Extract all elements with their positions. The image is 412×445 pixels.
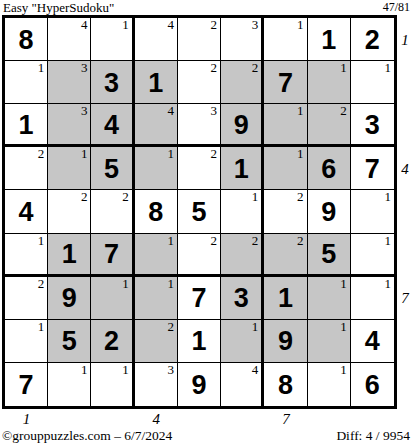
pencil-mark: 1 [384, 277, 391, 291]
cell-r5c6[interactable]: 1 [221, 190, 264, 233]
cell-r5c5[interactable]: 5 [178, 190, 221, 233]
cell-r1c4[interactable]: 4 [135, 18, 178, 61]
cell-r7c4[interactable]: 1 [135, 277, 178, 320]
pencil-mark: 1 [38, 234, 45, 248]
cell-r6c2[interactable]: 1 [48, 234, 91, 277]
pencil-mark: 2 [211, 147, 218, 161]
cell-r3c4[interactable]: 4 [135, 104, 178, 147]
cell-r8c2[interactable]: 5 [48, 320, 91, 363]
cell-r4c1[interactable]: 2 [5, 147, 48, 190]
pencil-mark: 2 [38, 147, 45, 161]
cell-r9c3[interactable]: 1 [91, 363, 134, 406]
pencil-mark: 4 [252, 363, 259, 377]
cell-r5c1[interactable]: 4 [5, 190, 48, 233]
given-digit: 1 [62, 241, 77, 268]
pencil-mark: 2 [167, 320, 174, 334]
row-label-1: 1 [399, 32, 411, 48]
cell-r4c7[interactable]: 1 [264, 147, 307, 190]
cell-r5c7[interactable]: 2 [264, 190, 307, 233]
cell-r3c5[interactable]: 3 [178, 104, 221, 147]
row-label-7: 7 [399, 290, 411, 306]
given-digit: 5 [104, 156, 119, 183]
copyright: ©grouppuzzles.com – 6/7/2024 [2, 428, 172, 444]
cell-r8c4[interactable]: 2 [135, 320, 178, 363]
cell-r5c4[interactable]: 8 [135, 190, 178, 233]
given-digit: 8 [278, 372, 293, 399]
cell-r8c5[interactable]: 1 [178, 320, 221, 363]
given-digit: 3 [365, 112, 380, 139]
pencil-mark: 2 [81, 190, 88, 204]
cell-r8c1[interactable]: 1 [5, 320, 48, 363]
cell-r6c9[interactable]: 1 [351, 234, 394, 277]
pencil-mark: 1 [81, 147, 88, 161]
cell-r9c8[interactable]: 1 [308, 363, 351, 406]
cell-r9c6[interactable]: 4 [221, 363, 264, 406]
cell-r9c2[interactable]: 1 [48, 363, 91, 406]
row-label-4: 4 [399, 161, 411, 177]
pencil-mark: 2 [297, 190, 304, 204]
given-digit: 9 [321, 199, 336, 226]
pencil-mark: 2 [211, 18, 218, 32]
col-label-1: 1 [21, 411, 33, 427]
given-digit: 4 [365, 328, 380, 355]
pencil-mark: 1 [167, 147, 174, 161]
progress-counter: 47/81 [383, 0, 410, 15]
given-digit: 3 [104, 70, 119, 97]
pencil-mark: 2 [38, 277, 45, 291]
given-digit: 1 [19, 112, 34, 139]
cell-r9c7[interactable]: 8 [264, 363, 307, 406]
cell-r8c6[interactable]: 1 [221, 320, 264, 363]
given-digit: 2 [365, 27, 380, 54]
cell-r2c1[interactable]: 1 [5, 61, 48, 104]
cell-r9c9[interactable]: 6 [351, 363, 394, 406]
given-digit: 9 [62, 285, 77, 312]
cell-r4c2[interactable]: 1 [48, 147, 91, 190]
cell-r6c3[interactable]: 7 [91, 234, 134, 277]
pencil-mark: 1 [384, 190, 391, 204]
cell-r7c5[interactable]: 7 [178, 277, 221, 320]
given-digit: 5 [191, 199, 206, 226]
cell-r2c5[interactable]: 2 [178, 61, 221, 104]
cell-r4c8[interactable]: 6 [308, 147, 351, 190]
pencil-mark: 2 [122, 190, 129, 204]
pencil-mark: 3 [211, 104, 218, 118]
cell-r7c6[interactable]: 3 [221, 277, 264, 320]
cell-r1c7[interactable]: 1 [264, 18, 307, 61]
cell-r2c8[interactable]: 1 [308, 61, 351, 104]
pencil-mark: 1 [122, 277, 129, 291]
given-digit: 1 [191, 328, 206, 355]
given-digit: 6 [365, 372, 380, 399]
cell-r3c9[interactable]: 3 [351, 104, 394, 147]
cell-r9c1[interactable]: 7 [5, 363, 48, 406]
page-title: Easy "HyperSudoku" [3, 0, 114, 15]
pencil-mark: 2 [297, 234, 304, 248]
cell-r5c8[interactable]: 9 [308, 190, 351, 233]
pencil-mark: 2 [252, 234, 259, 248]
cell-r3c6[interactable]: 9 [221, 104, 264, 147]
cell-r6c6[interactable]: 2 [221, 234, 264, 277]
cell-r3c7[interactable]: 1 [264, 104, 307, 147]
cell-r4c9[interactable]: 7 [351, 147, 394, 190]
cell-r8c9[interactable]: 4 [351, 320, 394, 363]
cell-r4c3[interactable]: 5 [91, 147, 134, 190]
pencil-mark: 1 [122, 18, 129, 32]
pencil-mark: 3 [81, 104, 88, 118]
pencil-mark: 1 [384, 234, 391, 248]
cell-r2c6[interactable]: 2 [221, 61, 264, 104]
given-digit: 1 [148, 70, 163, 97]
pencil-mark: 1 [81, 363, 88, 377]
pencil-mark: 1 [340, 277, 347, 291]
pencil-mark: 3 [81, 61, 88, 75]
cell-r3c2[interactable]: 3 [48, 104, 91, 147]
given-digit: 7 [278, 70, 293, 97]
pencil-mark: 2 [340, 104, 347, 118]
cell-r8c7[interactable]: 9 [264, 320, 307, 363]
cell-r1c8[interactable]: 1 [308, 18, 351, 61]
sudoku-board: 8414231121331227111344391232151211674228… [2, 15, 397, 409]
pencil-mark: 4 [81, 18, 88, 32]
cell-r8c3[interactable]: 2 [91, 320, 134, 363]
cell-r7c1[interactable]: 2 [5, 277, 48, 320]
pencil-mark: 2 [211, 61, 218, 75]
pencil-mark: 2 [211, 234, 218, 248]
cell-r1c9[interactable]: 2 [351, 18, 394, 61]
pencil-mark: 4 [167, 104, 174, 118]
cell-r7c8[interactable]: 1 [308, 277, 351, 320]
given-digit: 1 [234, 156, 249, 183]
pencil-mark: 2 [252, 61, 259, 75]
given-digit: 9 [234, 112, 249, 139]
cell-r4c6[interactable]: 1 [221, 147, 264, 190]
pencil-mark: 1 [252, 320, 259, 334]
given-digit: 7 [19, 372, 34, 399]
pencil-mark: 3 [167, 363, 174, 377]
cell-r4c4[interactable]: 1 [135, 147, 178, 190]
given-digit: 7 [104, 241, 119, 268]
given-digit: 5 [62, 328, 77, 355]
cell-r2c7[interactable]: 7 [264, 61, 307, 104]
cell-r2c3[interactable]: 3 [91, 61, 134, 104]
cell-r4c5[interactable]: 2 [178, 147, 221, 190]
given-digit: 4 [104, 112, 119, 139]
pencil-mark: 1 [38, 61, 45, 75]
cell-r7c3[interactable]: 1 [91, 277, 134, 320]
cell-r7c7[interactable]: 1 [264, 277, 307, 320]
cell-r1c3[interactable]: 1 [91, 18, 134, 61]
pencil-mark: 3 [252, 18, 259, 32]
cell-r6c8[interactable]: 5 [308, 234, 351, 277]
cell-r6c7[interactable]: 2 [264, 234, 307, 277]
pencil-mark: 1 [252, 190, 259, 204]
pencil-mark: 1 [384, 61, 391, 75]
cell-r2c9[interactable]: 1 [351, 61, 394, 104]
given-digit: 9 [278, 328, 293, 355]
pencil-mark: 4 [167, 18, 174, 32]
difficulty: Diff: 4 / 9954 [336, 428, 410, 444]
cell-r2c2[interactable]: 3 [48, 61, 91, 104]
pencil-mark: 1 [340, 320, 347, 334]
given-digit: 7 [365, 156, 380, 183]
cell-r1c2[interactable]: 4 [48, 18, 91, 61]
pencil-mark: 1 [340, 363, 347, 377]
pencil-mark: 1 [340, 61, 347, 75]
pencil-mark: 1 [38, 320, 45, 334]
given-digit: 5 [321, 241, 336, 268]
cell-r3c1[interactable]: 1 [5, 104, 48, 147]
given-digit: 9 [191, 372, 206, 399]
given-digit: 6 [321, 156, 336, 183]
cell-r5c3[interactable]: 2 [91, 190, 134, 233]
pencil-mark: 1 [297, 147, 304, 161]
cell-r1c1[interactable]: 8 [5, 18, 48, 61]
cell-r5c2[interactable]: 2 [48, 190, 91, 233]
cell-r1c5[interactable]: 2 [178, 18, 221, 61]
cell-r6c5[interactable]: 2 [178, 234, 221, 277]
cell-r3c8[interactable]: 2 [308, 104, 351, 147]
pencil-mark: 1 [297, 104, 304, 118]
cell-r2c4[interactable]: 1 [135, 61, 178, 104]
given-digit: 4 [19, 199, 34, 226]
pencil-mark: 1 [167, 234, 174, 248]
cell-r3c3[interactable]: 4 [91, 104, 134, 147]
cell-r7c2[interactable]: 9 [48, 277, 91, 320]
given-digit: 1 [278, 285, 293, 312]
cell-r9c4[interactable]: 3 [135, 363, 178, 406]
given-digit: 1 [321, 27, 336, 54]
pencil-mark: 1 [122, 363, 129, 377]
cell-r6c1[interactable]: 1 [5, 234, 48, 277]
given-digit: 8 [19, 27, 34, 54]
given-digit: 7 [191, 285, 206, 312]
cell-r5c9[interactable]: 1 [351, 190, 394, 233]
cell-r9c5[interactable]: 9 [178, 363, 221, 406]
cell-r6c4[interactable]: 1 [135, 234, 178, 277]
cell-r1c6[interactable]: 3 [221, 18, 264, 61]
cell-r7c9[interactable]: 1 [351, 277, 394, 320]
pencil-mark: 1 [297, 18, 304, 32]
col-label-7: 7 [280, 411, 292, 427]
pencil-mark: 1 [167, 277, 174, 291]
given-digit: 3 [234, 285, 249, 312]
given-digit: 8 [148, 199, 163, 226]
col-label-4: 4 [150, 411, 162, 427]
cell-r8c8[interactable]: 1 [308, 320, 351, 363]
given-digit: 2 [104, 328, 119, 355]
